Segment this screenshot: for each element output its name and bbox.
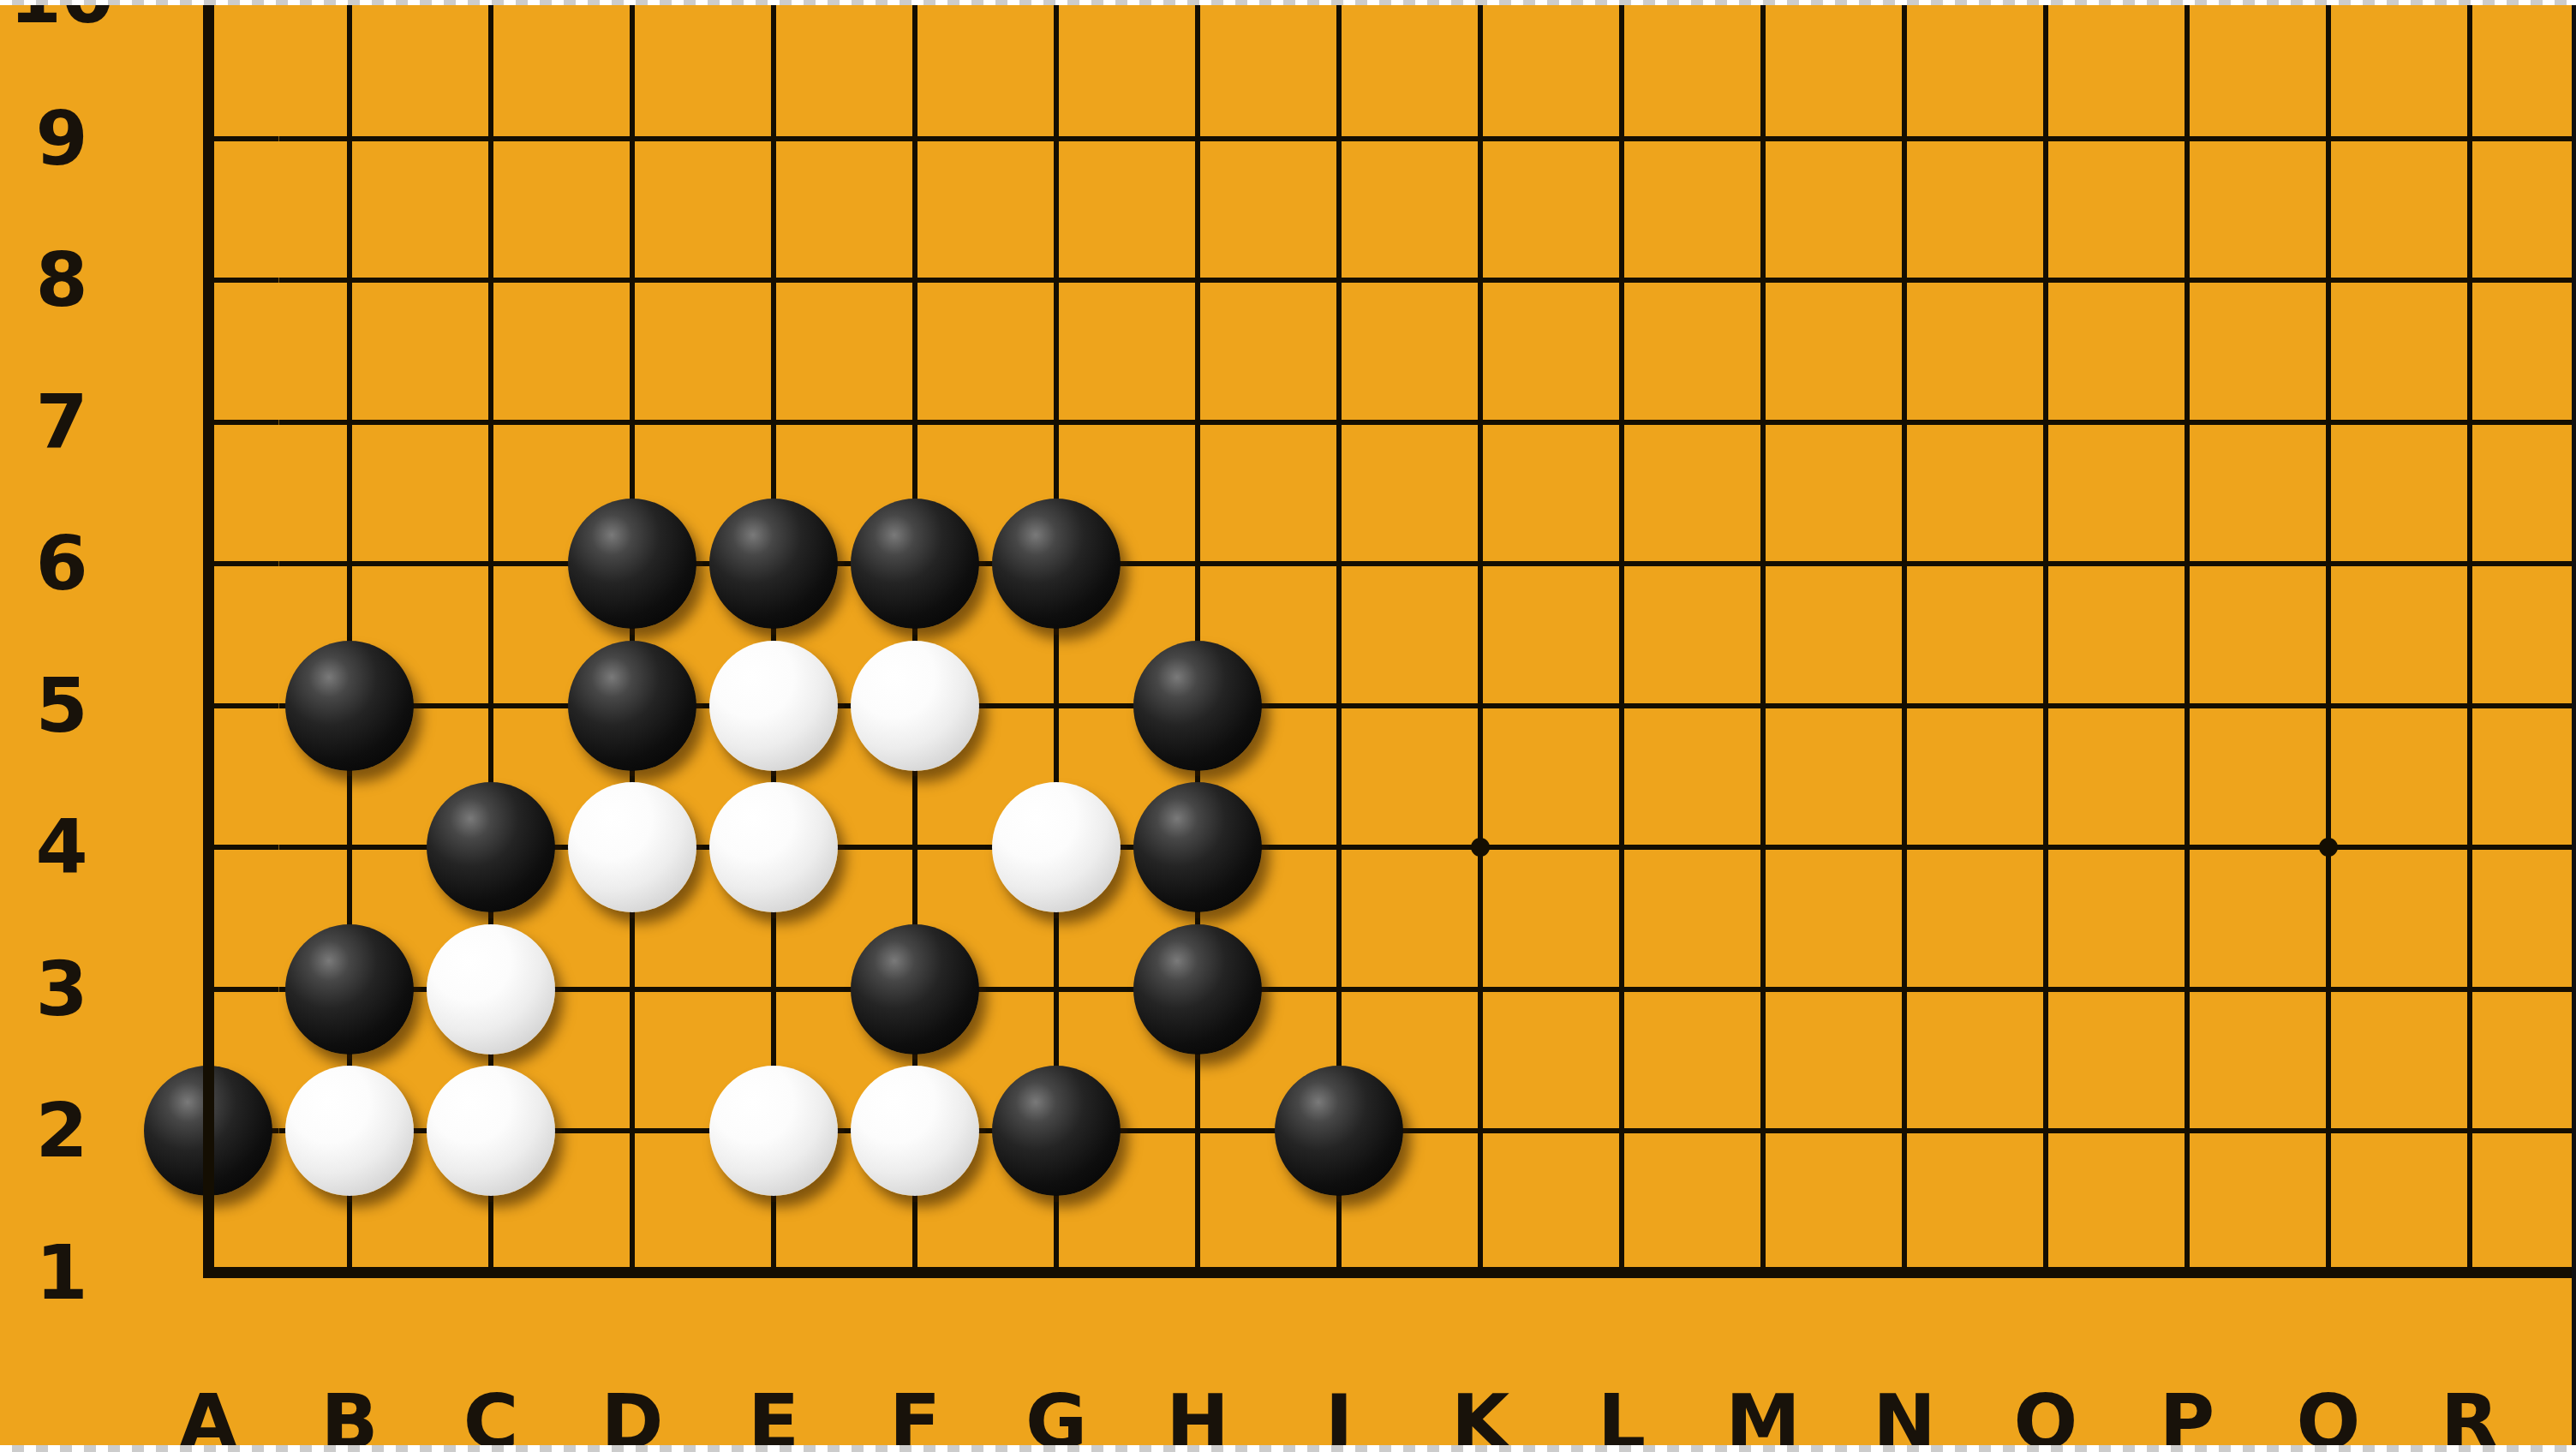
intersection-D6[interactable] xyxy=(562,493,703,635)
intersection-G8[interactable] xyxy=(986,209,1127,351)
intersection-L5[interactable] xyxy=(1551,635,1693,777)
intersection-K3[interactable] xyxy=(1410,918,1551,1061)
white-stone-E2 xyxy=(709,1066,838,1196)
intersection-M2[interactable] xyxy=(1693,1060,1834,1202)
intersection-C7[interactable] xyxy=(421,351,562,493)
intersection-P4[interactable] xyxy=(2117,776,2258,918)
intersection-N5[interactable] xyxy=(1834,635,1975,777)
intersection-H10[interactable] xyxy=(1127,0,1269,68)
intersection-J6[interactable] xyxy=(1269,493,1410,635)
black-stone-F3 xyxy=(851,924,979,1055)
intersection-C9[interactable] xyxy=(421,68,562,210)
white-stone-B2 xyxy=(285,1066,414,1196)
grid-extension xyxy=(2541,0,2576,68)
grid-extension xyxy=(2541,68,2576,210)
intersection-B3[interactable] xyxy=(279,918,421,1061)
intersection-C2[interactable] xyxy=(421,1060,562,1202)
screenshot-right-edge-strip xyxy=(2572,0,2576,1452)
intersection-H4[interactable] xyxy=(1127,776,1269,918)
intersection-O6[interactable] xyxy=(1975,493,2117,635)
intersection-P8[interactable] xyxy=(2117,209,2258,351)
black-stone-E6 xyxy=(709,499,838,629)
black-stone-C4 xyxy=(427,782,555,912)
intersection-D5[interactable] xyxy=(562,635,703,777)
grid-extension xyxy=(2541,635,2576,777)
black-stone-F6 xyxy=(851,499,979,629)
intersection-F6[interactable] xyxy=(845,493,986,635)
intersection-G5[interactable] xyxy=(986,635,1127,777)
intersection-J8[interactable] xyxy=(1269,209,1410,351)
intersection-J7[interactable] xyxy=(1269,351,1410,493)
intersection-E2[interactable] xyxy=(703,1060,845,1202)
intersection-L10[interactable] xyxy=(1551,0,1693,68)
intersection-B9[interactable] xyxy=(279,68,421,210)
intersection-D4[interactable] xyxy=(562,776,703,918)
row-label-2: 2 xyxy=(35,1093,87,1168)
transparency-checker-top-strip xyxy=(0,0,2576,5)
intersection-B6[interactable] xyxy=(279,493,421,635)
intersection-K9[interactable] xyxy=(1410,68,1551,210)
black-stone-D6 xyxy=(568,499,696,629)
intersection-L9[interactable] xyxy=(1551,68,1693,210)
intersection-M9[interactable] xyxy=(1693,68,1834,210)
intersection-D8[interactable] xyxy=(562,209,703,351)
intersection-K2[interactable] xyxy=(1410,1060,1551,1202)
intersection-E5[interactable] xyxy=(703,635,845,777)
intersection-E6[interactable] xyxy=(703,493,845,635)
intersection-H3[interactable] xyxy=(1127,918,1269,1061)
intersection-G10[interactable] xyxy=(986,0,1127,68)
black-stone-H3 xyxy=(1133,924,1262,1055)
intersection-E9[interactable] xyxy=(703,68,845,210)
intersection-H6[interactable] xyxy=(1127,493,1269,635)
board-edge-bottom xyxy=(203,1267,2576,1278)
white-stone-C3 xyxy=(427,924,555,1055)
star-point-Q4 xyxy=(2319,838,2338,857)
column-label-G: G xyxy=(1025,1384,1087,1452)
intersection-O4[interactable] xyxy=(1975,776,2117,918)
column-label-E: E xyxy=(748,1384,799,1452)
board-edge-left xyxy=(203,0,214,1278)
intersection-J5[interactable] xyxy=(1269,635,1410,777)
row-label-6: 6 xyxy=(35,526,87,601)
intersection-D3[interactable] xyxy=(562,918,703,1061)
white-stone-C2 xyxy=(427,1066,555,1196)
column-label-F: F xyxy=(889,1384,941,1452)
intersection-L2[interactable] xyxy=(1551,1060,1693,1202)
grid-extension xyxy=(2541,1060,2576,1202)
intersection-M3[interactable] xyxy=(1693,918,1834,1061)
column-label-Q: Q xyxy=(2297,1384,2361,1452)
intersection-N6[interactable] xyxy=(1834,493,1975,635)
intersection-G3[interactable] xyxy=(986,918,1127,1061)
intersection-N2[interactable] xyxy=(1834,1060,1975,1202)
intersection-N4[interactable] xyxy=(1834,776,1975,918)
intersection-R4[interactable] xyxy=(2400,776,2541,918)
column-label-K: K xyxy=(1451,1384,1509,1452)
intersection-R6[interactable] xyxy=(2400,493,2541,635)
intersection-C6[interactable] xyxy=(421,493,562,635)
white-stone-D4 xyxy=(568,782,696,912)
intersection-M10[interactable] xyxy=(1693,0,1834,68)
white-stone-E5 xyxy=(709,641,838,771)
intersection-M8[interactable] xyxy=(1693,209,1834,351)
intersection-O3[interactable] xyxy=(1975,918,2117,1061)
row-label-8: 8 xyxy=(35,242,87,318)
white-stone-F5 xyxy=(851,641,979,771)
black-stone-B5 xyxy=(285,641,414,771)
intersection-L4[interactable] xyxy=(1551,776,1693,918)
intersection-B5[interactable] xyxy=(279,635,421,777)
intersection-F10[interactable] xyxy=(845,0,986,68)
black-stone-G6 xyxy=(992,499,1121,629)
intersection-M6[interactable] xyxy=(1693,493,1834,635)
intersection-C8[interactable] xyxy=(421,209,562,351)
grid-extension xyxy=(2541,493,2576,635)
row-label-5: 5 xyxy=(35,668,87,744)
intersection-O2[interactable] xyxy=(1975,1060,2117,1202)
intersection-Q6[interactable] xyxy=(2258,493,2400,635)
row-label-3: 3 xyxy=(35,952,87,1027)
intersection-B10[interactable] xyxy=(279,0,421,68)
intersection-R7[interactable] xyxy=(2400,351,2541,493)
intersection-C5[interactable] xyxy=(421,635,562,777)
intersection-O5[interactable] xyxy=(1975,635,2117,777)
intersection-Q2[interactable] xyxy=(2258,1060,2400,1202)
intersection-F8[interactable] xyxy=(845,209,986,351)
intersection-P7[interactable] xyxy=(2117,351,2258,493)
intersection-E7[interactable] xyxy=(703,351,845,493)
intersection-B8[interactable] xyxy=(279,209,421,351)
intersection-F9[interactable] xyxy=(845,68,986,210)
row-label-10: 10 xyxy=(9,0,114,34)
grid-extension xyxy=(2541,351,2576,493)
intersection-O9[interactable] xyxy=(1975,68,2117,210)
black-stone-H5 xyxy=(1133,641,1262,771)
intersection-P3[interactable] xyxy=(2117,918,2258,1061)
intersection-O10[interactable] xyxy=(1975,0,2117,68)
intersection-C3[interactable] xyxy=(421,918,562,1061)
intersection-N3[interactable] xyxy=(1834,918,1975,1061)
white-stone-E4 xyxy=(709,782,838,912)
white-stone-F2 xyxy=(851,1066,979,1196)
intersection-R10[interactable] xyxy=(2400,0,2541,68)
intersection-B4[interactable] xyxy=(279,776,421,918)
intersection-E4[interactable] xyxy=(703,776,845,918)
intersection-N8[interactable] xyxy=(1834,209,1975,351)
intersection-J3[interactable] xyxy=(1269,918,1410,1061)
row-label-9: 9 xyxy=(35,101,87,176)
black-stone-D5 xyxy=(568,641,696,771)
intersection-H2[interactable] xyxy=(1127,1060,1269,1202)
intersection-P2[interactable] xyxy=(2117,1060,2258,1202)
column-label-M: M xyxy=(1725,1384,1801,1452)
intersection-N9[interactable] xyxy=(1834,68,1975,210)
intersection-D2[interactable] xyxy=(562,1060,703,1202)
intersection-E10[interactable] xyxy=(703,0,845,68)
intersection-O7[interactable] xyxy=(1975,351,2117,493)
intersection-J4[interactable] xyxy=(1269,776,1410,918)
column-label-C: C xyxy=(463,1384,519,1452)
intersection-M7[interactable] xyxy=(1693,351,1834,493)
intersection-K10[interactable] xyxy=(1410,0,1551,68)
black-stone-J2 xyxy=(1275,1066,1403,1196)
column-label-A: A xyxy=(179,1384,237,1452)
column-label-N: N xyxy=(1873,1384,1936,1452)
column-label-D: D xyxy=(601,1384,663,1452)
intersection-F2[interactable] xyxy=(845,1060,986,1202)
intersection-J10[interactable] xyxy=(1269,0,1410,68)
intersection-G9[interactable] xyxy=(986,68,1127,210)
black-stone-H4 xyxy=(1133,782,1262,912)
intersection-P10[interactable] xyxy=(2117,0,2258,68)
intersection-R5[interactable] xyxy=(2400,635,2541,777)
intersection-L6[interactable] xyxy=(1551,493,1693,635)
intersection-O8[interactable] xyxy=(1975,209,2117,351)
column-label-P: P xyxy=(2160,1384,2215,1452)
row-label-7: 7 xyxy=(35,385,87,460)
column-label-L: L xyxy=(1598,1384,1646,1452)
intersection-E3[interactable] xyxy=(703,918,845,1061)
grid-extension xyxy=(2541,209,2576,351)
intersection-J9[interactable] xyxy=(1269,68,1410,210)
intersection-G6[interactable] xyxy=(986,493,1127,635)
intersection-F3[interactable] xyxy=(845,918,986,1061)
intersection-J2[interactable] xyxy=(1269,1060,1410,1202)
intersection-R3[interactable] xyxy=(2400,918,2541,1061)
intersection-K8[interactable] xyxy=(1410,209,1551,351)
intersection-R9[interactable] xyxy=(2400,68,2541,210)
intersection-Q8[interactable] xyxy=(2258,209,2400,351)
intersection-Q10[interactable] xyxy=(2258,0,2400,68)
intersection-G7[interactable] xyxy=(986,351,1127,493)
intersection-F4[interactable] xyxy=(845,776,986,918)
grid-extension xyxy=(2541,776,2576,918)
intersection-D9[interactable] xyxy=(562,68,703,210)
intersection-H9[interactable] xyxy=(1127,68,1269,210)
intersection-P6[interactable] xyxy=(2117,493,2258,635)
intersection-C10[interactable] xyxy=(421,0,562,68)
row-label-1: 1 xyxy=(35,1235,87,1311)
intersection-N7[interactable] xyxy=(1834,351,1975,493)
star-point-K4 xyxy=(1471,838,1490,857)
intersection-D7[interactable] xyxy=(562,351,703,493)
intersection-B2[interactable] xyxy=(279,1060,421,1202)
intersection-F7[interactable] xyxy=(845,351,986,493)
intersection-D10[interactable] xyxy=(562,0,703,68)
intersection-Q5[interactable] xyxy=(2258,635,2400,777)
intersection-K5[interactable] xyxy=(1410,635,1551,777)
column-label-H: H xyxy=(1166,1384,1229,1452)
intersection-H8[interactable] xyxy=(1127,209,1269,351)
intersection-G2[interactable] xyxy=(986,1060,1127,1202)
intersection-E8[interactable] xyxy=(703,209,845,351)
intersection-L3[interactable] xyxy=(1551,918,1693,1061)
intersection-Q7[interactable] xyxy=(2258,351,2400,493)
go-board-screenshot: ABCDEFGHJKLMNOPQR 10987654321 xyxy=(0,0,2576,1452)
go-board xyxy=(138,0,2576,1343)
intersection-K7[interactable] xyxy=(1410,351,1551,493)
grid-extension xyxy=(2541,918,2576,1061)
intersection-Q3[interactable] xyxy=(2258,918,2400,1061)
intersection-R2[interactable] xyxy=(2400,1060,2541,1202)
intersection-H7[interactable] xyxy=(1127,351,1269,493)
intersection-K6[interactable] xyxy=(1410,493,1551,635)
black-stone-G2 xyxy=(992,1066,1121,1196)
intersection-M5[interactable] xyxy=(1693,635,1834,777)
transparency-checker-bottom-strip xyxy=(0,1445,2576,1452)
intersection-N10[interactable] xyxy=(1834,0,1975,68)
white-stone-G4 xyxy=(992,782,1121,912)
row-label-4: 4 xyxy=(35,810,87,885)
black-stone-B3 xyxy=(285,924,414,1055)
intersection-L7[interactable] xyxy=(1551,351,1693,493)
column-label-R: R xyxy=(2441,1384,2499,1452)
intersection-H5[interactable] xyxy=(1127,635,1269,777)
intersection-M4[interactable] xyxy=(1693,776,1834,918)
intersection-Q9[interactable] xyxy=(2258,68,2400,210)
intersection-G4[interactable] xyxy=(986,776,1127,918)
column-label-J: J xyxy=(1325,1384,1354,1452)
intersection-C4[interactable] xyxy=(421,776,562,918)
intersection-P5[interactable] xyxy=(2117,635,2258,777)
intersection-R8[interactable] xyxy=(2400,209,2541,351)
column-label-O: O xyxy=(2014,1384,2078,1452)
intersection-F5[interactable] xyxy=(845,635,986,777)
intersection-L8[interactable] xyxy=(1551,209,1693,351)
column-label-B: B xyxy=(320,1384,378,1452)
intersection-P9[interactable] xyxy=(2117,68,2258,210)
intersection-B7[interactable] xyxy=(279,351,421,493)
